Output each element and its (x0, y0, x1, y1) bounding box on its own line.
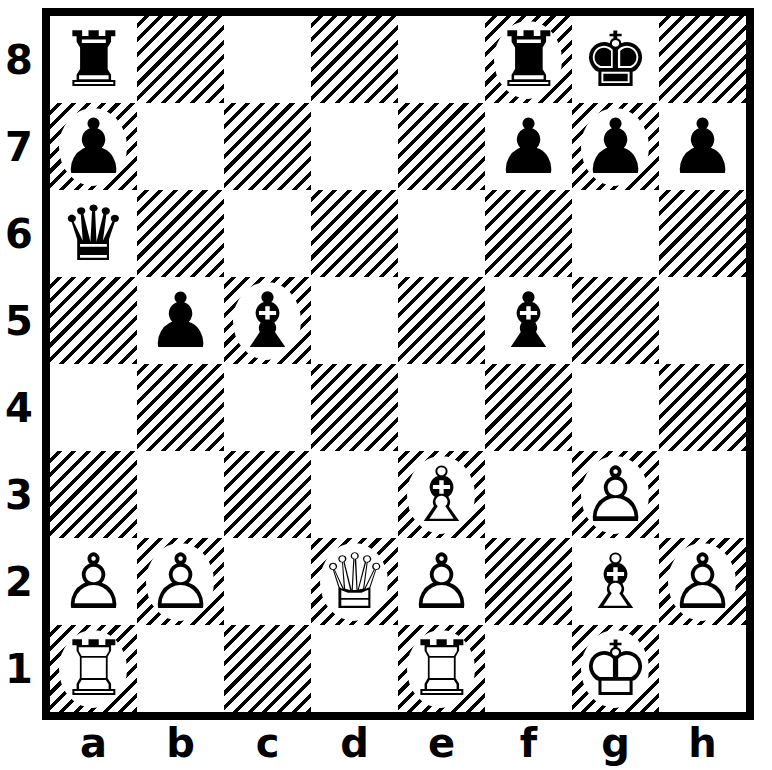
square-e5[interactable] (398, 277, 485, 364)
square-a2[interactable]: ♙ (50, 538, 137, 625)
file-label-g: g (572, 720, 659, 766)
square-d2[interactable]: ♕ (311, 538, 398, 625)
square-b7[interactable] (137, 103, 224, 190)
square-c3[interactable] (224, 451, 311, 538)
square-c8[interactable] (224, 16, 311, 103)
file-label-e: e (398, 720, 485, 766)
rank-label-8: 8 (0, 16, 38, 103)
square-e7[interactable] (398, 103, 485, 190)
square-b5[interactable]: ♟ (137, 277, 224, 364)
white-king-g1[interactable]: ♔ (581, 625, 649, 712)
square-a3[interactable] (50, 451, 137, 538)
square-g2[interactable]: ♗ (572, 538, 659, 625)
square-h6[interactable] (659, 190, 746, 277)
white-pawn-h2[interactable]: ♙ (668, 538, 736, 625)
white-pawn-g3[interactable]: ♙ (581, 451, 649, 538)
square-c1[interactable] (224, 625, 311, 712)
square-b2[interactable]: ♙ (137, 538, 224, 625)
square-g3[interactable]: ♙ (572, 451, 659, 538)
file-label-d: d (311, 720, 398, 766)
square-e8[interactable] (398, 16, 485, 103)
square-f3[interactable] (485, 451, 572, 538)
square-e2[interactable]: ♙ (398, 538, 485, 625)
black-rook-f8[interactable]: ♜ (494, 16, 562, 103)
black-king-g8[interactable]: ♚ (581, 16, 649, 103)
square-f4[interactable] (485, 364, 572, 451)
black-rook-a8[interactable]: ♜ (59, 16, 127, 103)
rank-label-2: 2 (0, 538, 38, 625)
black-queen-a6[interactable]: ♛ (59, 190, 127, 277)
square-h2[interactable]: ♙ (659, 538, 746, 625)
square-g5[interactable] (572, 277, 659, 364)
square-d3[interactable] (311, 451, 398, 538)
square-h7[interactable]: ♟ (659, 103, 746, 190)
square-c7[interactable] (224, 103, 311, 190)
square-d7[interactable] (311, 103, 398, 190)
white-queen-d2[interactable]: ♕ (320, 538, 388, 625)
square-h8[interactable] (659, 16, 746, 103)
square-b1[interactable] (137, 625, 224, 712)
square-c5[interactable]: ♝ (224, 277, 311, 364)
white-rook-e1[interactable]: ♖ (407, 625, 475, 712)
square-a6[interactable]: ♛ (50, 190, 137, 277)
white-bishop-e3[interactable]: ♗ (407, 451, 475, 538)
square-f8[interactable]: ♜ (485, 16, 572, 103)
file-label-a: a (50, 720, 137, 766)
black-pawn-g7[interactable]: ♟ (581, 103, 649, 190)
file-label-b: b (137, 720, 224, 766)
square-d4[interactable] (311, 364, 398, 451)
square-h5[interactable] (659, 277, 746, 364)
square-f2[interactable] (485, 538, 572, 625)
square-g4[interactable] (572, 364, 659, 451)
square-b8[interactable] (137, 16, 224, 103)
white-pawn-a2[interactable]: ♙ (59, 538, 127, 625)
square-c2[interactable] (224, 538, 311, 625)
white-pawn-e2[interactable]: ♙ (407, 538, 475, 625)
file-label-f: f (485, 720, 572, 766)
file-labels: a b c d e f g h (50, 720, 746, 766)
file-label-h: h (659, 720, 746, 766)
black-pawn-a7[interactable]: ♟ (59, 103, 127, 190)
square-h4[interactable] (659, 364, 746, 451)
square-g6[interactable] (572, 190, 659, 277)
rank-label-5: 5 (0, 277, 38, 364)
black-pawn-b5[interactable]: ♟ (146, 277, 214, 364)
square-g7[interactable]: ♟ (572, 103, 659, 190)
rank-label-7: 7 (0, 103, 38, 190)
square-a7[interactable]: ♟ (50, 103, 137, 190)
rank-label-3: 3 (0, 451, 38, 538)
black-pawn-h7[interactable]: ♟ (668, 103, 736, 190)
square-a8[interactable]: ♜ (50, 16, 137, 103)
white-rook-a1[interactable]: ♖ (59, 625, 127, 712)
rank-label-4: 4 (0, 364, 38, 451)
square-e4[interactable] (398, 364, 485, 451)
square-f5[interactable]: ♝ (485, 277, 572, 364)
square-g8[interactable]: ♚ (572, 16, 659, 103)
square-d1[interactable] (311, 625, 398, 712)
square-b4[interactable] (137, 364, 224, 451)
rank-label-1: 1 (0, 625, 38, 712)
rank-labels: 8 7 6 5 4 3 2 1 (0, 16, 38, 712)
square-e3[interactable]: ♗ (398, 451, 485, 538)
chess-board: ♜♜♚♟♟♟♟♛♟♝♝♗♙♙♙♕♙♗♙♖♖♔ (42, 8, 754, 720)
file-label-c: c (224, 720, 311, 766)
square-c4[interactable] (224, 364, 311, 451)
square-d8[interactable] (311, 16, 398, 103)
square-f7[interactable]: ♟ (485, 103, 572, 190)
rank-label-6: 6 (0, 190, 38, 277)
square-b3[interactable] (137, 451, 224, 538)
white-bishop-g2[interactable]: ♗ (581, 538, 649, 625)
square-b6[interactable] (137, 190, 224, 277)
square-c6[interactable] (224, 190, 311, 277)
square-a4[interactable] (50, 364, 137, 451)
square-e1[interactable]: ♖ (398, 625, 485, 712)
square-e6[interactable] (398, 190, 485, 277)
chess-diagram: 8 7 6 5 4 3 2 1 ♜♜♚♟♟♟♟♛♟♝♝♗♙♙♙♕♙♗♙♖♖♔ a… (0, 0, 772, 770)
square-f6[interactable] (485, 190, 572, 277)
black-bishop-f5[interactable]: ♝ (494, 277, 562, 364)
square-h3[interactable] (659, 451, 746, 538)
white-pawn-b2[interactable]: ♙ (146, 538, 214, 625)
black-pawn-f7[interactable]: ♟ (494, 103, 562, 190)
square-d6[interactable] (311, 190, 398, 277)
square-a1[interactable]: ♖ (50, 625, 137, 712)
square-a5[interactable] (50, 277, 137, 364)
black-bishop-c5[interactable]: ♝ (233, 277, 301, 364)
square-h1[interactable] (659, 625, 746, 712)
square-f1[interactable] (485, 625, 572, 712)
square-g1[interactable]: ♔ (572, 625, 659, 712)
square-d5[interactable] (311, 277, 398, 364)
